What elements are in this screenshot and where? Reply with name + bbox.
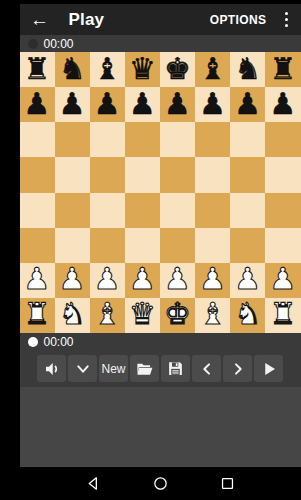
square-f7[interactable]: ♟ (195, 87, 230, 122)
square-d3[interactable] (125, 228, 160, 263)
volume-icon (43, 360, 61, 378)
square-f6[interactable] (195, 122, 230, 157)
square-f8[interactable]: ♝ (195, 52, 230, 87)
piece-white-knight: ♞ (234, 299, 261, 329)
white-turn-indicator-dot (28, 337, 38, 347)
square-c6[interactable] (90, 122, 125, 157)
square-g2[interactable]: ♟ (230, 263, 265, 298)
control-panel: New (20, 350, 301, 387)
square-g8[interactable]: ♞ (230, 52, 265, 87)
nav-home-icon (152, 475, 169, 492)
piece-white-pawn: ♟ (269, 264, 296, 294)
play-icon (260, 360, 278, 378)
nav-home-button[interactable] (152, 475, 169, 492)
square-g6[interactable] (230, 122, 265, 157)
square-c8[interactable]: ♝ (90, 52, 125, 87)
piece-white-rook: ♜ (269, 299, 296, 329)
square-e4[interactable] (160, 193, 195, 228)
black-clock-time: 00:00 (44, 37, 74, 51)
piece-black-rook: ♜ (269, 54, 296, 84)
square-g4[interactable] (230, 193, 265, 228)
nav-back-icon (85, 475, 102, 492)
square-d2[interactable]: ♟ (125, 263, 160, 298)
piece-white-pawn: ♟ (199, 264, 226, 294)
save-floppy-icon (167, 360, 184, 377)
piece-black-pawn: ♟ (234, 89, 261, 119)
piece-white-bishop: ♝ (199, 299, 226, 329)
new-game-button[interactable]: New (99, 355, 128, 382)
chess-board[interactable]: ♜♞♝♛♚♝♞♜♟♟♟♟♟♟♟♟♟♟♟♟♟♟♟♟♜♞♝♛♚♝♞♜ (20, 52, 301, 333)
piece-black-pawn: ♟ (24, 89, 51, 119)
square-a6[interactable] (20, 122, 55, 157)
square-h4[interactable] (265, 193, 300, 228)
square-b8[interactable]: ♞ (55, 52, 90, 87)
black-turn-indicator-dot (28, 39, 38, 49)
new-game-label: New (101, 362, 125, 376)
square-a4[interactable] (20, 193, 55, 228)
piece-white-pawn: ♟ (94, 264, 121, 294)
nav-back-button[interactable] (85, 475, 102, 492)
square-d4[interactable] (125, 193, 160, 228)
square-f3[interactable] (195, 228, 230, 263)
square-h3[interactable] (265, 228, 300, 263)
step-back-button[interactable] (192, 355, 221, 382)
piece-black-queen: ♛ (129, 54, 156, 84)
nav-recents-button[interactable] (219, 475, 236, 492)
white-clock-time: 00:00 (44, 335, 74, 349)
square-e3[interactable] (160, 228, 195, 263)
folder-open-icon (135, 359, 154, 378)
black-clock-strip: 00:00 (20, 35, 301, 52)
square-b1[interactable]: ♞ (55, 298, 90, 333)
piece-black-pawn: ♟ (164, 89, 191, 119)
square-a7[interactable]: ♟ (20, 87, 55, 122)
square-e2[interactable]: ♟ (160, 263, 195, 298)
square-c3[interactable] (90, 228, 125, 263)
square-f5[interactable] (195, 157, 230, 192)
square-h1[interactable]: ♜ (265, 298, 300, 333)
piece-white-rook: ♜ (24, 299, 51, 329)
collapse-toolbar-button[interactable] (68, 355, 97, 382)
square-d7[interactable]: ♟ (125, 87, 160, 122)
square-d5[interactable] (125, 157, 160, 192)
square-f2[interactable]: ♟ (195, 263, 230, 298)
piece-black-pawn: ♟ (269, 89, 296, 119)
square-f4[interactable] (195, 193, 230, 228)
piece-white-pawn: ♟ (59, 264, 86, 294)
back-button[interactable]: ← (20, 9, 60, 31)
white-clock-strip: 00:00 (20, 333, 301, 350)
back-arrow-icon: ← (30, 9, 49, 31)
piece-white-pawn: ♟ (129, 264, 156, 294)
square-d8[interactable]: ♛ (125, 52, 160, 87)
square-e6[interactable] (160, 122, 195, 157)
square-b3[interactable] (55, 228, 90, 263)
square-f1[interactable]: ♝ (195, 298, 230, 333)
piece-black-knight: ♞ (59, 54, 86, 84)
square-b6[interactable] (55, 122, 90, 157)
options-button[interactable]: OPTIONS (204, 5, 273, 35)
piece-black-bishop: ♝ (94, 54, 121, 84)
square-e1[interactable]: ♚ (160, 298, 195, 333)
square-d6[interactable] (125, 122, 160, 157)
square-c2[interactable]: ♟ (90, 263, 125, 298)
kebab-menu-icon[interactable] (273, 6, 301, 34)
square-g7[interactable]: ♟ (230, 87, 265, 122)
piece-white-queen: ♛ (129, 299, 156, 329)
piece-black-pawn: ♟ (59, 89, 86, 119)
square-h6[interactable] (265, 122, 300, 157)
save-button[interactable] (161, 355, 190, 382)
page-title: Play (69, 10, 204, 30)
piece-white-knight: ♞ (59, 299, 86, 329)
android-nav-bar (20, 467, 301, 500)
square-b2[interactable]: ♟ (55, 263, 90, 298)
piece-white-pawn: ♟ (164, 264, 191, 294)
open-file-button[interactable] (130, 355, 159, 382)
square-g1[interactable]: ♞ (230, 298, 265, 333)
piece-white-king: ♚ (164, 299, 191, 329)
app-background (20, 387, 301, 467)
square-h5[interactable] (265, 157, 300, 192)
piece-white-bishop: ♝ (94, 299, 121, 329)
square-h7[interactable]: ♟ (265, 87, 300, 122)
square-b5[interactable] (55, 157, 90, 192)
square-e5[interactable] (160, 157, 195, 192)
step-forward-button[interactable] (223, 355, 252, 382)
square-h8[interactable]: ♜ (265, 52, 300, 87)
app-bar: ← Play OPTIONS (20, 4, 301, 35)
square-b4[interactable] (55, 193, 90, 228)
square-c1[interactable]: ♝ (90, 298, 125, 333)
square-e7[interactable]: ♟ (160, 87, 195, 122)
square-g5[interactable] (230, 157, 265, 192)
toolbar: New (20, 350, 301, 387)
chevron-down-icon (75, 361, 91, 377)
square-a8[interactable]: ♜ (20, 52, 55, 87)
chess-app-screen: ← Play OPTIONS 00:00 ♜♞♝♛♚♝♞♜♟♟♟♟♟♟♟♟♟♟♟… (20, 0, 301, 500)
square-c7[interactable]: ♟ (90, 87, 125, 122)
piece-black-bishop: ♝ (199, 54, 226, 84)
square-e8[interactable]: ♚ (160, 52, 195, 87)
piece-black-pawn: ♟ (94, 89, 121, 119)
volume-button[interactable] (37, 355, 66, 382)
square-a1[interactable]: ♜ (20, 298, 55, 333)
piece-white-pawn: ♟ (234, 264, 261, 294)
square-g3[interactable] (230, 228, 265, 263)
autoplay-button[interactable] (254, 355, 283, 382)
square-d1[interactable]: ♛ (125, 298, 160, 333)
square-c5[interactable] (90, 157, 125, 192)
square-a3[interactable] (20, 228, 55, 263)
square-a2[interactable]: ♟ (20, 263, 55, 298)
square-c4[interactable] (90, 193, 125, 228)
nav-recents-icon (219, 475, 236, 492)
square-a5[interactable] (20, 157, 55, 192)
piece-black-king: ♚ (164, 54, 191, 84)
chevron-left-icon (199, 361, 215, 377)
square-b7[interactable]: ♟ (55, 87, 90, 122)
piece-black-pawn: ♟ (129, 89, 156, 119)
piece-black-rook: ♜ (24, 54, 51, 84)
piece-black-pawn: ♟ (199, 89, 226, 119)
square-h2[interactable]: ♟ (265, 263, 300, 298)
piece-black-knight: ♞ (234, 54, 261, 84)
chevron-right-icon (230, 361, 246, 377)
piece-white-pawn: ♟ (24, 264, 51, 294)
